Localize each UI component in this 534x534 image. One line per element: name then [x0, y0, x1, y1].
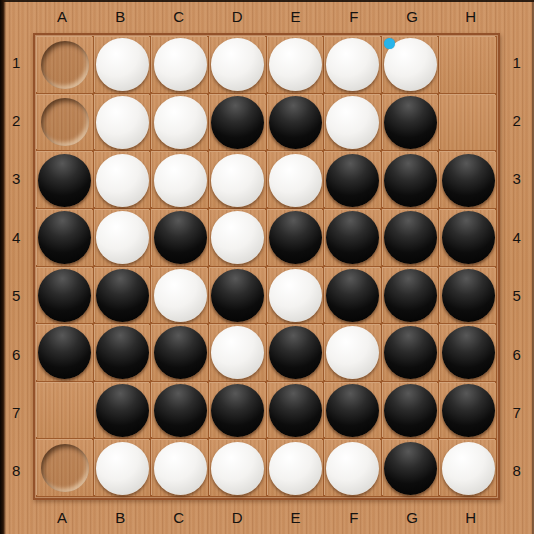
white-disc-B4 [96, 211, 149, 264]
black-disc-G2 [384, 96, 437, 149]
cell-H5 [440, 268, 496, 324]
cell-B2 [95, 95, 151, 151]
cell-G2 [383, 95, 439, 151]
white-disc-F2 [326, 96, 379, 149]
cell-G4 [383, 210, 439, 266]
white-disc-B1 [96, 38, 149, 91]
col-label-H: H [442, 0, 500, 33]
cell-C8 [152, 440, 208, 496]
row-label-6: 6 [500, 325, 534, 383]
cell-B8 [95, 440, 151, 496]
white-disc-B8 [96, 442, 149, 495]
cell-E1 [268, 37, 324, 93]
column-labels-top: ABCDEFGH [33, 0, 500, 33]
cell-H4 [440, 210, 496, 266]
col-label-G: G [383, 0, 441, 33]
col-label-B: B [91, 0, 149, 33]
row-label-1: 1 [500, 33, 534, 91]
cell-E7 [268, 383, 324, 439]
cell-F1 [325, 37, 381, 93]
cell-C6 [152, 325, 208, 381]
black-disc-F7 [326, 384, 379, 437]
cell-D5 [210, 268, 266, 324]
cell-A1[interactable] [37, 37, 93, 93]
white-disc-C3 [154, 154, 207, 207]
cell-F4 [325, 210, 381, 266]
cell-F6 [325, 325, 381, 381]
row-label-7: 7 [500, 383, 534, 441]
black-disc-F4 [326, 211, 379, 264]
black-disc-H4 [442, 211, 495, 264]
col-label-G: G [383, 500, 441, 534]
black-disc-C6 [154, 326, 207, 379]
legal-move-hint-A8[interactable] [41, 444, 89, 492]
black-disc-E2 [269, 96, 322, 149]
black-disc-B7 [96, 384, 149, 437]
cell-A4 [37, 210, 93, 266]
cell-A7[interactable] [37, 383, 93, 439]
cell-B7 [95, 383, 151, 439]
black-disc-F5 [326, 269, 379, 322]
cell-A8[interactable] [37, 440, 93, 496]
cell-H3 [440, 152, 496, 208]
cell-C7 [152, 383, 208, 439]
cell-G7 [383, 383, 439, 439]
col-label-C: C [150, 0, 208, 33]
cell-G1 [383, 37, 439, 93]
black-disc-A5 [38, 269, 91, 322]
black-disc-G5 [384, 269, 437, 322]
cell-H2[interactable] [440, 95, 496, 151]
black-disc-D7 [211, 384, 264, 437]
black-disc-C4 [154, 211, 207, 264]
col-label-H: H [442, 500, 500, 534]
cell-H1[interactable] [440, 37, 496, 93]
black-disc-G6 [384, 326, 437, 379]
black-disc-A6 [38, 326, 91, 379]
black-disc-F3 [326, 154, 379, 207]
cell-D3 [210, 152, 266, 208]
column-labels-bottom: ABCDEFGH [33, 500, 500, 534]
black-disc-B6 [96, 326, 149, 379]
col-label-A: A [33, 0, 91, 33]
legal-move-hint-A2[interactable] [41, 98, 89, 146]
black-disc-H3 [442, 154, 495, 207]
row-labels-right: 12345678 [500, 33, 534, 500]
col-label-E: E [267, 0, 325, 33]
black-disc-G7 [384, 384, 437, 437]
cell-G5 [383, 268, 439, 324]
white-disc-B2 [96, 96, 149, 149]
cell-E3 [268, 152, 324, 208]
white-disc-H8 [442, 442, 495, 495]
cell-A2[interactable] [37, 95, 93, 151]
black-disc-E4 [269, 211, 322, 264]
cell-C2 [152, 95, 208, 151]
white-disc-D4 [211, 211, 264, 264]
cell-B5 [95, 268, 151, 324]
white-disc-C2 [154, 96, 207, 149]
black-disc-B5 [96, 269, 149, 322]
col-label-D: D [208, 500, 266, 534]
white-disc-C5 [154, 269, 207, 322]
cell-C5 [152, 268, 208, 324]
window-edge-top [0, 0, 534, 2]
black-disc-H5 [442, 269, 495, 322]
white-disc-F1 [326, 38, 379, 91]
row-label-5: 5 [500, 267, 534, 325]
cell-H8 [440, 440, 496, 496]
col-label-F: F [325, 0, 383, 33]
cell-F2 [325, 95, 381, 151]
black-disc-G4 [384, 211, 437, 264]
white-disc-D6 [211, 326, 264, 379]
othello-game-screen: ABCDEFGH ABCDEFGH 12345678 12345678 [0, 0, 534, 534]
row-label-4: 4 [500, 208, 534, 266]
cell-B3 [95, 152, 151, 208]
col-label-E: E [267, 500, 325, 534]
cell-B4 [95, 210, 151, 266]
cell-C3 [152, 152, 208, 208]
cell-A3 [37, 152, 93, 208]
black-disc-C7 [154, 384, 207, 437]
cell-A6 [37, 325, 93, 381]
white-disc-F6 [326, 326, 379, 379]
white-disc-D3 [211, 154, 264, 207]
cell-E6 [268, 325, 324, 381]
cell-G3 [383, 152, 439, 208]
cell-E8 [268, 440, 324, 496]
black-disc-H7 [442, 384, 495, 437]
cell-A5 [37, 268, 93, 324]
col-label-F: F [325, 500, 383, 534]
col-label-A: A [33, 500, 91, 534]
legal-move-hint-A1[interactable] [41, 41, 89, 89]
cell-H6 [440, 325, 496, 381]
white-disc-F8 [326, 442, 379, 495]
window-edge-left [0, 0, 6, 534]
col-label-C: C [150, 500, 208, 534]
cell-G8 [383, 440, 439, 496]
row-label-8: 8 [500, 442, 534, 500]
cell-F7 [325, 383, 381, 439]
cell-B1 [95, 37, 151, 93]
white-disc-B3 [96, 154, 149, 207]
cell-C4 [152, 210, 208, 266]
col-label-B: B [91, 500, 149, 534]
black-disc-H6 [442, 326, 495, 379]
cell-F8 [325, 440, 381, 496]
black-disc-G3 [384, 154, 437, 207]
cell-C1 [152, 37, 208, 93]
cell-D1 [210, 37, 266, 93]
row-label-3: 3 [500, 150, 534, 208]
white-disc-E1 [269, 38, 322, 91]
cell-H7 [440, 383, 496, 439]
last-move-marker [384, 38, 395, 49]
white-disc-C1 [154, 38, 207, 91]
black-disc-D5 [211, 269, 264, 322]
black-disc-A3 [38, 154, 91, 207]
black-disc-D2 [211, 96, 264, 149]
cell-G6 [383, 325, 439, 381]
black-disc-G8 [384, 442, 437, 495]
white-disc-E3 [269, 154, 322, 207]
cell-D7 [210, 383, 266, 439]
black-disc-A4 [38, 211, 91, 264]
cell-D2 [210, 95, 266, 151]
row-label-2: 2 [500, 91, 534, 149]
black-disc-E6 [269, 326, 322, 379]
cell-B6 [95, 325, 151, 381]
black-disc-E7 [269, 384, 322, 437]
white-disc-D8 [211, 442, 264, 495]
cell-F5 [325, 268, 381, 324]
cell-D4 [210, 210, 266, 266]
cell-D6 [210, 325, 266, 381]
white-disc-E8 [269, 442, 322, 495]
othello-board [33, 33, 500, 500]
cell-E2 [268, 95, 324, 151]
white-disc-D1 [211, 38, 264, 91]
cell-E5 [268, 268, 324, 324]
white-disc-C8 [154, 442, 207, 495]
cell-D8 [210, 440, 266, 496]
cell-F3 [325, 152, 381, 208]
col-label-D: D [208, 0, 266, 33]
white-disc-E5 [269, 269, 322, 322]
cell-E4 [268, 210, 324, 266]
